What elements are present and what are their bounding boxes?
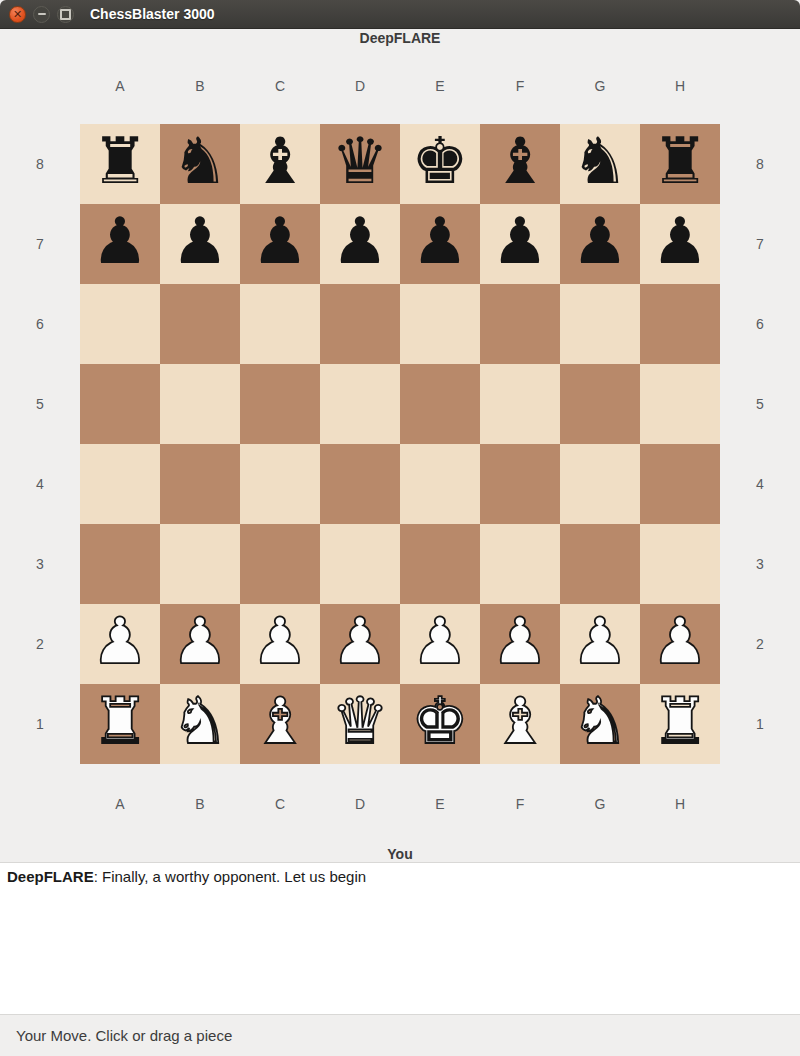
app-window: ✕ ChessBlaster 3000 DeepFLARE ABCDEFGH 8… [0, 0, 800, 1056]
square-h5[interactable] [640, 364, 720, 444]
piece-black-rook[interactable]: ♜ [91, 121, 148, 201]
square-d6[interactable] [320, 284, 400, 364]
square-h4[interactable] [640, 444, 720, 524]
square-g7[interactable]: ♟ [560, 204, 640, 284]
square-g3[interactable] [560, 524, 640, 604]
file-labels-bottom-c: C [240, 796, 320, 814]
piece-white-queen[interactable]: ♛ [331, 681, 388, 761]
piece-white-pawn[interactable]: ♟ [651, 601, 708, 681]
piece-white-king[interactable]: ♚ [411, 681, 468, 761]
piece-black-queen[interactable]: ♛ [331, 121, 388, 201]
square-b4[interactable] [160, 444, 240, 524]
file-labels-bottom-f: F [480, 796, 560, 814]
rank-labels-left-2: 2 [0, 604, 80, 684]
square-f8[interactable]: ♝ [480, 124, 560, 204]
piece-black-pawn[interactable]: ♟ [411, 201, 468, 281]
rank-labels-right-4: 4 [720, 444, 800, 524]
square-h7[interactable]: ♟ [640, 204, 720, 284]
status-text: Your Move. Click or drag a piece [16, 1027, 232, 1044]
square-a3[interactable] [80, 524, 160, 604]
file-labels-top-e: E [400, 78, 480, 96]
rank-labels-left-1: 1 [0, 684, 80, 764]
titlebar: ✕ ChessBlaster 3000 [0, 0, 800, 29]
square-d4[interactable] [320, 444, 400, 524]
piece-white-pawn[interactable]: ♟ [491, 601, 548, 681]
piece-white-bishop[interactable]: ♝ [251, 681, 308, 761]
piece-black-knight[interactable]: ♞ [171, 121, 228, 201]
piece-black-pawn[interactable]: ♟ [491, 201, 548, 281]
file-labels-top: ABCDEFGH [80, 78, 720, 96]
square-d1[interactable]: ♛ [320, 684, 400, 764]
file-labels-bottom: ABCDEFGH [80, 796, 720, 814]
square-f6[interactable] [480, 284, 560, 364]
file-labels-bottom-g: G [560, 796, 640, 814]
square-f3[interactable] [480, 524, 560, 604]
maximize-icon [60, 9, 71, 20]
status-bar: Your Move. Click or drag a piece [0, 1015, 800, 1056]
piece-black-pawn[interactable]: ♟ [331, 201, 388, 281]
square-g8[interactable]: ♞ [560, 124, 640, 204]
rank-labels-right-3: 3 [720, 524, 800, 604]
rank-labels-left: 87654321 [0, 124, 80, 764]
piece-white-rook[interactable]: ♜ [91, 681, 148, 761]
square-f2[interactable]: ♟ [480, 604, 560, 684]
square-g1[interactable]: ♞ [560, 684, 640, 764]
chat-message: DeepFLARE: Finally, a worthy opponent. L… [7, 868, 793, 885]
window-controls: ✕ [9, 6, 74, 23]
piece-black-rook[interactable]: ♜ [651, 121, 708, 201]
chat-sender: DeepFLARE [7, 868, 94, 885]
piece-white-rook[interactable]: ♜ [651, 681, 708, 761]
square-a6[interactable] [80, 284, 160, 364]
piece-black-pawn[interactable]: ♟ [251, 201, 308, 281]
file-labels-bottom-b: B [160, 796, 240, 814]
rank-labels-left-5: 5 [0, 364, 80, 444]
rank-labels-left-6: 6 [0, 284, 80, 364]
chat-text: Finally, a worthy opponent. Let us begin [102, 868, 366, 885]
rank-labels-right-5: 5 [720, 364, 800, 444]
square-e1[interactable]: ♚ [400, 684, 480, 764]
square-b5[interactable] [160, 364, 240, 444]
square-f4[interactable] [480, 444, 560, 524]
square-h2[interactable]: ♟ [640, 604, 720, 684]
chat-box[interactable]: DeepFLARE: Finally, a worthy opponent. L… [0, 862, 800, 1015]
square-g6[interactable] [560, 284, 640, 364]
file-labels-top-b: B [160, 78, 240, 96]
square-e3[interactable] [400, 524, 480, 604]
square-d8[interactable]: ♛ [320, 124, 400, 204]
square-a7[interactable]: ♟ [80, 204, 160, 284]
rank-labels-left-8: 8 [0, 124, 80, 204]
minimize-icon [38, 13, 46, 15]
square-c4[interactable] [240, 444, 320, 524]
square-a5[interactable] [80, 364, 160, 444]
file-labels-top-a: A [80, 78, 160, 96]
rank-labels-right-1: 1 [720, 684, 800, 764]
rank-labels-left-3: 3 [0, 524, 80, 604]
piece-black-pawn[interactable]: ♟ [91, 201, 148, 281]
file-labels-bottom-a: A [80, 796, 160, 814]
window-title: ChessBlaster 3000 [90, 6, 215, 22]
square-d2[interactable]: ♟ [320, 604, 400, 684]
file-labels-bottom-e: E [400, 796, 480, 814]
file-labels-bottom-d: D [320, 796, 400, 814]
piece-white-knight[interactable]: ♞ [171, 681, 228, 761]
rank-labels-left-7: 7 [0, 204, 80, 284]
you-label: You [0, 846, 800, 862]
rank-labels-right-2: 2 [720, 604, 800, 684]
piece-black-pawn[interactable]: ♟ [171, 201, 228, 281]
square-e4[interactable] [400, 444, 480, 524]
square-c3[interactable] [240, 524, 320, 604]
square-d7[interactable]: ♟ [320, 204, 400, 284]
piece-white-bishop[interactable]: ♝ [491, 681, 548, 761]
square-a8[interactable]: ♜ [80, 124, 160, 204]
square-c5[interactable] [240, 364, 320, 444]
square-b3[interactable] [160, 524, 240, 604]
square-a2[interactable]: ♟ [80, 604, 160, 684]
piece-black-pawn[interactable]: ♟ [571, 201, 628, 281]
piece-black-pawn[interactable]: ♟ [651, 201, 708, 281]
square-e7[interactable]: ♟ [400, 204, 480, 284]
file-labels-top-c: C [240, 78, 320, 96]
close-button[interactable]: ✕ [9, 6, 26, 23]
square-e2[interactable]: ♟ [400, 604, 480, 684]
piece-white-pawn[interactable]: ♟ [331, 601, 388, 681]
close-icon: ✕ [13, 9, 22, 20]
piece-white-pawn[interactable]: ♟ [411, 601, 468, 681]
square-f1[interactable]: ♝ [480, 684, 560, 764]
piece-white-pawn[interactable]: ♟ [251, 601, 308, 681]
square-f5[interactable] [480, 364, 560, 444]
file-labels-bottom-h: H [640, 796, 720, 814]
square-a4[interactable] [80, 444, 160, 524]
rank-labels-right-6: 6 [720, 284, 800, 364]
square-b8[interactable]: ♞ [160, 124, 240, 204]
square-h3[interactable] [640, 524, 720, 604]
opponent-name: DeepFLARE [0, 30, 800, 46]
square-c6[interactable] [240, 284, 320, 364]
rank-labels-right: 87654321 [720, 124, 800, 764]
square-a1[interactable]: ♜ [80, 684, 160, 764]
square-d3[interactable] [320, 524, 400, 604]
square-e5[interactable] [400, 364, 480, 444]
square-h8[interactable]: ♜ [640, 124, 720, 204]
square-b2[interactable]: ♟ [160, 604, 240, 684]
piece-black-bishop[interactable]: ♝ [251, 121, 308, 201]
square-c7[interactable]: ♟ [240, 204, 320, 284]
square-c1[interactable]: ♝ [240, 684, 320, 764]
file-labels-top-g: G [560, 78, 640, 96]
square-b6[interactable] [160, 284, 240, 364]
square-e8[interactable]: ♚ [400, 124, 480, 204]
square-h1[interactable]: ♜ [640, 684, 720, 764]
square-c2[interactable]: ♟ [240, 604, 320, 684]
square-b1[interactable]: ♞ [160, 684, 240, 764]
piece-black-bishop[interactable]: ♝ [491, 121, 548, 201]
rank-labels-right-8: 8 [720, 124, 800, 204]
square-g5[interactable] [560, 364, 640, 444]
square-g2[interactable]: ♟ [560, 604, 640, 684]
square-g4[interactable] [560, 444, 640, 524]
piece-white-pawn[interactable]: ♟ [571, 601, 628, 681]
file-labels-top-d: D [320, 78, 400, 96]
piece-white-pawn[interactable]: ♟ [171, 601, 228, 681]
square-c8[interactable]: ♝ [240, 124, 320, 204]
square-e6[interactable] [400, 284, 480, 364]
square-b7[interactable]: ♟ [160, 204, 240, 284]
piece-white-knight[interactable]: ♞ [571, 681, 628, 761]
piece-black-knight[interactable]: ♞ [571, 121, 628, 201]
file-labels-top-h: H [640, 78, 720, 96]
file-labels-top-f: F [480, 78, 560, 96]
piece-white-pawn[interactable]: ♟ [91, 601, 148, 681]
minimize-button[interactable] [33, 6, 50, 23]
piece-black-king[interactable]: ♚ [411, 121, 468, 201]
chat-separator: : [94, 868, 102, 885]
maximize-button[interactable] [57, 6, 74, 23]
square-d5[interactable] [320, 364, 400, 444]
square-h6[interactable] [640, 284, 720, 364]
chess-board: ♜♞♝♛♚♝♞♜♟♟♟♟♟♟♟♟♟♟♟♟♟♟♟♟♜♞♝♛♚♝♞♜ [80, 124, 720, 764]
rank-labels-right-7: 7 [720, 204, 800, 284]
square-f7[interactable]: ♟ [480, 204, 560, 284]
rank-labels-left-4: 4 [0, 444, 80, 524]
